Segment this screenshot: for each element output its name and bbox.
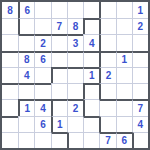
cell-r1c4[interactable]: [51, 2, 67, 18]
cell-r8c5[interactable]: [67, 116, 83, 132]
cell-r2c5: 8: [67, 18, 83, 34]
cell-r5c8[interactable]: [116, 67, 132, 83]
cell-r9c9: [132, 132, 148, 148]
cell-r6c3[interactable]: [34, 83, 50, 99]
cell-r2c4: 7: [51, 18, 67, 34]
cell-r5c6: 1: [83, 67, 99, 83]
cell-r9c1[interactable]: [2, 132, 18, 148]
cell-r6c6[interactable]: [83, 83, 99, 99]
cell-r4c8: 1: [116, 51, 132, 67]
cell-r2c7[interactable]: [99, 18, 115, 34]
cell-r8c1[interactable]: [2, 116, 18, 132]
cell-r5c2: 4: [18, 67, 34, 83]
cell-r4c3: 6: [34, 51, 50, 67]
cell-r9c7: 7: [99, 132, 115, 148]
cell-r2c3[interactable]: [34, 18, 50, 34]
cell-r4c7[interactable]: [99, 51, 115, 67]
cell-r7c9: 7: [132, 99, 148, 115]
cell-r1c9: 1: [132, 2, 148, 18]
cell-r6c8[interactable]: [116, 83, 132, 99]
cell-r1c7[interactable]: [99, 2, 115, 18]
cell-r7c1[interactable]: [2, 99, 18, 115]
cell-r2c9: 2: [132, 18, 148, 34]
cell-r1c1: 8: [2, 2, 18, 18]
cell-r4c4[interactable]: [51, 51, 67, 67]
cell-r1c8[interactable]: [116, 2, 132, 18]
cell-r3c5: 3: [67, 34, 83, 50]
cell-r2c2[interactable]: [18, 18, 34, 34]
cell-r5c7: 2: [99, 67, 115, 83]
cell-r4c2: 8: [18, 51, 34, 67]
cell-r5c3[interactable]: [34, 67, 50, 83]
cell-r5c5[interactable]: [67, 67, 83, 83]
cell-r8c3: 6: [34, 116, 50, 132]
cell-r7c3: 4: [34, 99, 50, 115]
cell-r9c6[interactable]: [83, 132, 99, 148]
cell-r4c9[interactable]: [132, 51, 148, 67]
cell-r1c2: 6: [18, 2, 34, 18]
cell-r7c6[interactable]: [83, 99, 99, 115]
cell-r8c2[interactable]: [18, 116, 34, 132]
cell-r3c3: 2: [34, 34, 50, 50]
cell-r6c4[interactable]: [51, 83, 67, 99]
cell-r8c6[interactable]: [83, 116, 99, 132]
cell-r7c7[interactable]: [99, 99, 115, 115]
sudoku-board: 861782234861412142761476: [0, 0, 150, 150]
cell-r6c7[interactable]: [99, 83, 115, 99]
cell-r9c8: 6: [116, 132, 132, 148]
cell-r8c4: 1: [51, 116, 67, 132]
cell-r9c2[interactable]: [18, 132, 34, 148]
cell-r2c1[interactable]: [2, 18, 18, 34]
cell-r1c5[interactable]: [67, 2, 83, 18]
cell-r8c9: 4: [132, 116, 148, 132]
cell-r1c3[interactable]: [34, 2, 50, 18]
cell-r7c4[interactable]: [51, 99, 67, 115]
cell-r2c6[interactable]: [83, 18, 99, 34]
cell-r7c5: 2: [67, 99, 83, 115]
cell-r4c1[interactable]: [2, 51, 18, 67]
cell-r3c6: 4: [83, 34, 99, 50]
cell-r4c5[interactable]: [67, 51, 83, 67]
cell-r6c9[interactable]: [132, 83, 148, 99]
cell-r1c6[interactable]: [83, 2, 99, 18]
cell-r6c5[interactable]: [67, 83, 83, 99]
cell-r8c8[interactable]: [116, 116, 132, 132]
cell-r7c2: 1: [18, 99, 34, 115]
cell-r5c1[interactable]: [2, 67, 18, 83]
cell-r7c8[interactable]: [116, 99, 132, 115]
cell-r6c2[interactable]: [18, 83, 34, 99]
cell-r5c4[interactable]: [51, 67, 67, 83]
cell-r3c7[interactable]: [99, 34, 115, 50]
cell-r4c6[interactable]: [83, 51, 99, 67]
cell-r3c4[interactable]: [51, 34, 67, 50]
cell-r3c2[interactable]: [18, 34, 34, 50]
cell-r9c3[interactable]: [34, 132, 50, 148]
cell-r9c5[interactable]: [67, 132, 83, 148]
cell-r3c1[interactable]: [2, 34, 18, 50]
cell-r5c9[interactable]: [132, 67, 148, 83]
cell-r6c1[interactable]: [2, 83, 18, 99]
cell-r9c4[interactable]: [51, 132, 67, 148]
cell-r3c8[interactable]: [116, 34, 132, 50]
cell-r8c7[interactable]: [99, 116, 115, 132]
cell-r2c8[interactable]: [116, 18, 132, 34]
cell-r3c9[interactable]: [132, 34, 148, 50]
